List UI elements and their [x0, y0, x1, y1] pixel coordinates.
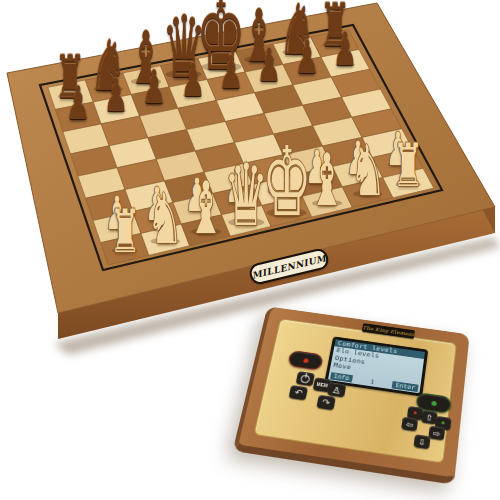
- product-photo-scene: ♜♞♝♛♚♝♞♜♟♟♟♟♟♟♟♟♟♟♟♟♟♟♟♟♜♞♝♛♚♝♞♜ MILLENN…: [0, 0, 500, 500]
- piece-white-bishop-c1[interactable]: ♝: [187, 173, 224, 245]
- green-dot-icon: ●: [441, 420, 446, 427]
- forward-button[interactable]: ↷: [316, 395, 336, 411]
- piece-black-pawn-d7[interactable]: ♟: [181, 57, 205, 103]
- softkey-enter[interactable]: Enter: [392, 381, 419, 392]
- piece-black-pawn-e7[interactable]: ♟: [219, 49, 243, 95]
- piece-black-pawn-a7[interactable]: ♟: [66, 80, 90, 126]
- power-icon: [300, 374, 311, 383]
- softkey-info[interactable]: Info: [330, 372, 353, 382]
- left-arrow-icon: ⇦: [405, 419, 414, 430]
- piece-white-knight-g1[interactable]: ♞: [349, 136, 385, 206]
- dpad-left-button[interactable]: ⇦: [401, 417, 418, 432]
- right-arrow-icon: ⇨: [433, 428, 441, 439]
- up-arrow-icon: ⇧: [425, 412, 433, 423]
- piece-black-pawn-g7[interactable]: ♟: [295, 34, 319, 80]
- piece-white-rook-a1[interactable]: ♜: [109, 201, 140, 261]
- piece-black-pawn-f7[interactable]: ♟: [257, 42, 281, 88]
- piece-black-pawn-b7[interactable]: ♟: [104, 72, 128, 118]
- red-dot-icon: [303, 358, 309, 363]
- red-dot-icon: ●: [413, 410, 418, 417]
- piece-white-knight-b1[interactable]: ♞: [147, 184, 183, 254]
- pawn-button[interactable]: ♙: [327, 382, 346, 397]
- piece-white-king-e1[interactable]: ♚: [262, 134, 312, 230]
- page-indicator: 1: [370, 378, 375, 385]
- power-button[interactable]: [296, 371, 315, 386]
- down-arrow-icon: ⇩: [418, 436, 427, 447]
- green-dot-icon: [431, 400, 437, 405]
- piece-white-rook-h1[interactable]: ♜: [393, 135, 424, 195]
- piece-white-queen-d1[interactable]: ♛: [224, 152, 269, 238]
- piece-black-pawn-c7[interactable]: ♟: [143, 65, 167, 111]
- dpad-right-button[interactable]: ⇨: [428, 426, 445, 441]
- dpad-down-button[interactable]: ⇩: [413, 434, 430, 449]
- piece-black-pawn-h7[interactable]: ♟: [333, 26, 357, 72]
- piece-white-bishop-f1[interactable]: ♝: [308, 144, 345, 216]
- takeback-button[interactable]: ↶: [289, 385, 309, 400]
